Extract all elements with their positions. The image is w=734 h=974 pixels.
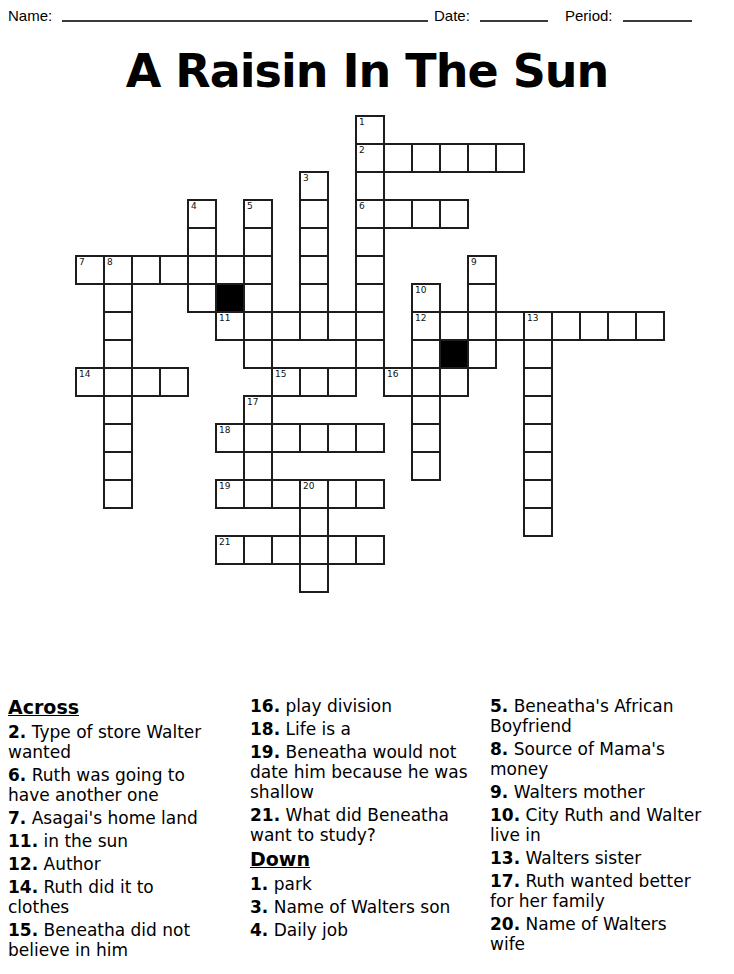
grid-cell[interactable] [299, 507, 329, 537]
grid-cell[interactable]: 5 [243, 199, 273, 229]
grid-cell[interactable] [355, 423, 385, 453]
grid-cell[interactable] [411, 395, 441, 425]
clue-item-number: 18. [250, 719, 280, 739]
clue-item: 18. Life is a [250, 719, 486, 739]
clue-number: 13 [527, 314, 538, 323]
clue-item: 19. Beneatha would not date him because … [250, 742, 486, 802]
clue-number: 8 [107, 258, 113, 267]
clue-item-number: 16. [250, 696, 280, 716]
grid-cell[interactable] [411, 367, 441, 397]
clue-item: 5. Beneatha's African Boyfriend [490, 696, 730, 736]
clue-number: 2 [359, 146, 365, 155]
crossword-grid: 123456789101112131415161718192021 [75, 115, 665, 595]
clue-item-number: 9. [490, 782, 508, 802]
grid-cell[interactable] [243, 311, 273, 341]
clue-number: 15 [275, 370, 286, 379]
grid-cell[interactable] [299, 423, 329, 453]
grid-cell[interactable] [439, 311, 469, 341]
grid-cell[interactable] [271, 311, 301, 341]
clue-item: 17. Ruth wanted better for her family [490, 871, 730, 911]
grid-cell[interactable] [383, 143, 413, 173]
grid-cell[interactable]: 6 [355, 199, 385, 229]
grid-cell[interactable]: 15 [271, 367, 301, 397]
grid-cell[interactable] [355, 283, 385, 313]
grid-cell[interactable] [355, 339, 385, 369]
grid-cell[interactable] [243, 451, 273, 481]
name-label: Name: [8, 7, 52, 24]
grid-cell[interactable] [327, 423, 357, 453]
grid-cell[interactable] [187, 227, 217, 257]
grid-cell[interactable] [467, 143, 497, 173]
grid-cell[interactable] [355, 535, 385, 565]
grid-cell[interactable] [355, 479, 385, 509]
clue-item: 4. Daily job [250, 920, 486, 940]
grid-cell[interactable] [327, 535, 357, 565]
clue-number: 6 [359, 202, 365, 211]
black-cell [439, 339, 469, 369]
grid-cell[interactable]: 18 [215, 423, 245, 453]
grid-cell[interactable]: 1 [355, 115, 385, 145]
clue-number: 3 [303, 174, 309, 183]
clue-number: 5 [247, 202, 253, 211]
clue-item-number: 8. [490, 739, 508, 759]
clue-item: 14. Ruth did it to clothes [8, 877, 234, 917]
grid-cell[interactable]: 12 [411, 311, 441, 341]
grid-cell[interactable] [439, 143, 469, 173]
clue-item: 7. Asagai's home land [8, 808, 234, 828]
grid-cell[interactable]: 8 [103, 255, 133, 285]
grid-cell[interactable] [327, 367, 357, 397]
grid-cell[interactable] [579, 311, 609, 341]
clue-number: 21 [219, 538, 230, 547]
clue-item-number: 3. [250, 897, 268, 917]
grid-cell[interactable] [271, 423, 301, 453]
grid-cell[interactable] [131, 255, 161, 285]
grid-cell[interactable] [243, 479, 273, 509]
grid-cell[interactable] [299, 283, 329, 313]
grid-cell[interactable] [103, 395, 133, 425]
clue-item: 3. Name of Walters son [250, 897, 486, 917]
clue-number: 18 [219, 426, 230, 435]
grid-cell[interactable] [215, 255, 245, 285]
grid-cell[interactable]: 13 [523, 311, 553, 341]
clue-number: 7 [79, 258, 85, 267]
clue-item-number: 13. [490, 848, 520, 868]
date-label: Date: [434, 7, 470, 24]
period-blank-line [623, 20, 692, 22]
grid-cell[interactable] [103, 451, 133, 481]
grid-cell[interactable] [327, 311, 357, 341]
clue-item-number: 21. [250, 805, 280, 825]
grid-cell[interactable] [327, 479, 357, 509]
clue-number: 1 [359, 118, 365, 127]
grid-cell[interactable]: 21 [215, 535, 245, 565]
clue-item: 15. Beneatha did not believe in him [8, 920, 234, 960]
grid-cell[interactable] [299, 311, 329, 341]
grid-cell[interactable] [411, 199, 441, 229]
grid-cell[interactable] [299, 199, 329, 229]
clue-item-number: 7. [8, 808, 26, 828]
grid-cell[interactable] [243, 227, 273, 257]
grid-cell[interactable] [103, 339, 133, 369]
clue-item-number: 20. [490, 914, 520, 934]
grid-cell[interactable] [159, 255, 189, 285]
grid-cell[interactable]: 7 [75, 255, 105, 285]
date-blank-line [480, 20, 548, 22]
grid-cell[interactable] [243, 423, 273, 453]
grid-cell[interactable] [299, 535, 329, 565]
grid-cell[interactable] [103, 479, 133, 509]
clue-item-number: 19. [250, 742, 280, 762]
clue-number: 17 [247, 398, 258, 407]
grid-cell[interactable] [495, 143, 525, 173]
clue-item-number: 1. [250, 874, 268, 894]
grid-cell[interactable] [103, 283, 133, 313]
grid-cell[interactable] [607, 311, 637, 341]
clue-item: 16. play division [250, 696, 486, 716]
clue-number: 14 [79, 370, 90, 379]
clue-number: 16 [387, 370, 398, 379]
clue-number: 11 [219, 314, 230, 323]
grid-cell[interactable] [523, 395, 553, 425]
grid-cell[interactable] [383, 199, 413, 229]
clue-header-down: Down [250, 848, 486, 870]
clue-number: 4 [191, 202, 197, 211]
grid-cell[interactable] [635, 311, 665, 341]
clue-item: 13. Walters sister [490, 848, 730, 868]
page-title: A Raisin In The Sun [0, 44, 734, 98]
clue-item-number: 2. [8, 722, 26, 742]
grid-cell[interactable]: 16 [383, 367, 413, 397]
grid-cell[interactable] [355, 311, 385, 341]
clue-number: 12 [415, 314, 426, 323]
clue-item-number: 15. [8, 920, 38, 940]
clue-item-number: 5. [490, 696, 508, 716]
grid-cell[interactable] [271, 479, 301, 509]
grid-cell[interactable]: 11 [215, 311, 245, 341]
grid-cell[interactable] [355, 171, 385, 201]
clue-item: 21. What did Beneatha want to study? [250, 805, 486, 845]
clue-item: 1. park [250, 874, 486, 894]
grid-cell[interactable] [187, 255, 217, 285]
grid-cell[interactable]: 2 [355, 143, 385, 173]
grid-cell[interactable] [411, 423, 441, 453]
grid-cell[interactable]: 4 [187, 199, 217, 229]
grid-cell[interactable] [439, 367, 469, 397]
grid-cell[interactable] [467, 311, 497, 341]
grid-cell[interactable] [103, 311, 133, 341]
grid-cell[interactable] [411, 339, 441, 369]
clue-number: 9 [471, 258, 477, 267]
grid-cell[interactable] [523, 367, 553, 397]
clue-column-2: 16. play division18. Life is a19. Beneat… [250, 696, 486, 943]
clue-item-number: 12. [8, 854, 38, 874]
grid-cell[interactable] [299, 563, 329, 593]
clue-item: 6. Ruth was going to have another one [8, 765, 234, 805]
grid-cell[interactable]: 14 [75, 367, 105, 397]
grid-cell[interactable] [271, 535, 301, 565]
grid-cell[interactable] [523, 479, 553, 509]
grid-cell[interactable] [495, 311, 525, 341]
clue-item-number: 4. [250, 920, 268, 940]
grid-cell[interactable] [243, 339, 273, 369]
grid-cell[interactable]: 19 [215, 479, 245, 509]
grid-cell[interactable] [467, 283, 497, 313]
grid-cell[interactable] [523, 507, 553, 537]
clue-header-across: Across [8, 696, 234, 718]
clue-item-number: 10. [490, 805, 520, 825]
grid-cell[interactable] [411, 451, 441, 481]
grid-cell[interactable] [355, 227, 385, 257]
clue-number: 10 [415, 286, 426, 295]
black-cell [215, 283, 245, 313]
clue-item: 12. Author [8, 854, 234, 874]
clue-column-1: Across2. Type of store Walter wanted6. R… [8, 696, 234, 963]
clue-item: 10. City Ruth and Walter live in [490, 805, 730, 845]
clue-item: 2. Type of store Walter wanted [8, 722, 234, 762]
grid-cell[interactable] [159, 367, 189, 397]
grid-cell[interactable]: 3 [299, 171, 329, 201]
grid-cell[interactable] [299, 367, 329, 397]
grid-cell[interactable] [467, 339, 497, 369]
grid-cell[interactable] [439, 199, 469, 229]
grid-cell[interactable]: 10 [411, 283, 441, 313]
grid-cell[interactable] [523, 423, 553, 453]
clue-item-number: 11. [8, 831, 38, 851]
grid-cell[interactable] [523, 451, 553, 481]
grid-cell[interactable]: 17 [243, 395, 273, 425]
grid-cell[interactable] [131, 367, 161, 397]
grid-cell[interactable] [523, 339, 553, 369]
grid-cell[interactable]: 20 [299, 479, 329, 509]
clue-item-number: 17. [490, 871, 520, 891]
clue-number: 20 [303, 482, 314, 491]
clue-column-3: 5. Beneatha's African Boyfriend8. Source… [490, 696, 730, 957]
grid-cell[interactable] [411, 143, 441, 173]
grid-cell[interactable] [299, 255, 329, 285]
clue-number: 19 [219, 482, 230, 491]
grid-cell[interactable] [187, 283, 217, 313]
grid-cell[interactable] [243, 535, 273, 565]
grid-cell[interactable] [243, 283, 273, 313]
clue-item: 11. in the sun [8, 831, 234, 851]
grid-cell[interactable]: 9 [467, 255, 497, 285]
clue-item-number: 6. [8, 765, 26, 785]
grid-cell[interactable] [103, 423, 133, 453]
grid-cell[interactable] [243, 255, 273, 285]
grid-cell[interactable] [355, 255, 385, 285]
clue-item: 9. Walters mother [490, 782, 730, 802]
grid-cell[interactable] [551, 311, 581, 341]
grid-cell[interactable] [299, 227, 329, 257]
clue-item: 8. Source of Mama's money [490, 739, 730, 779]
period-label: Period: [565, 7, 613, 24]
clue-item-number: 14. [8, 877, 38, 897]
name-blank-line [62, 20, 428, 22]
grid-cell[interactable] [103, 367, 133, 397]
clue-item: 20. Name of Walters wife [490, 914, 730, 954]
